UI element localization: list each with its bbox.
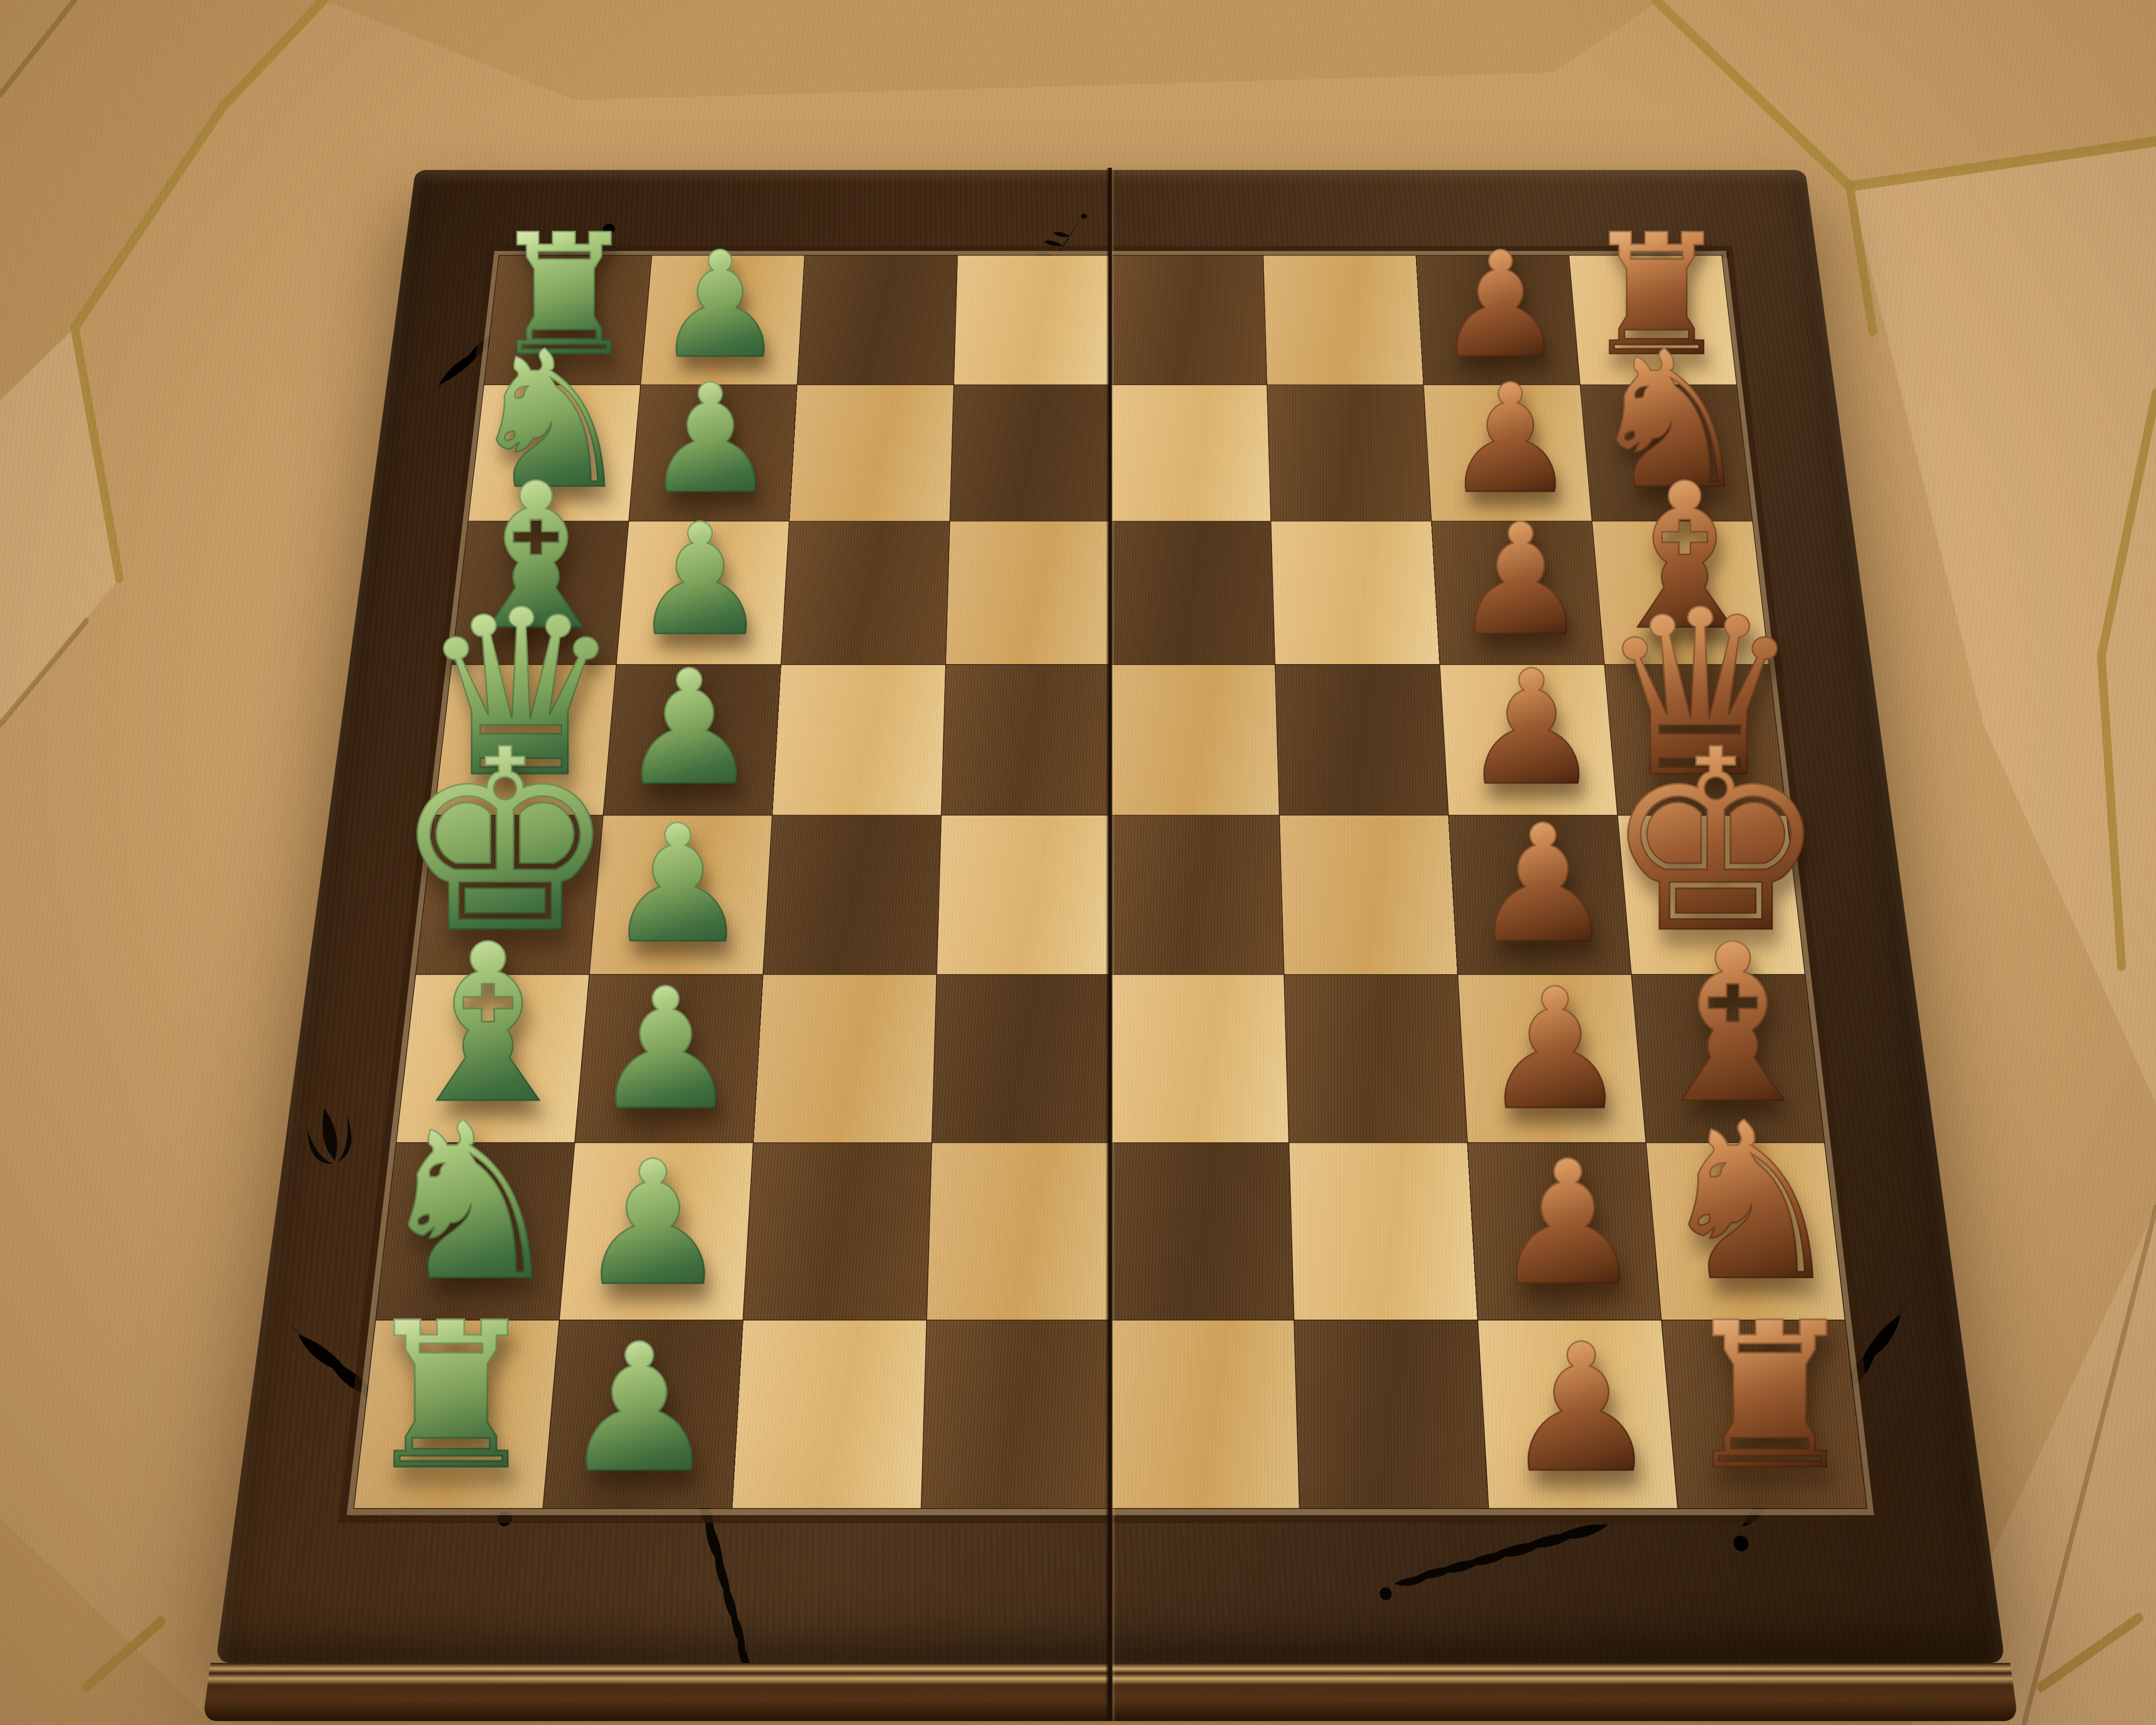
square-b6[interactable] <box>1267 385 1431 521</box>
piece-green-knight[interactable]: ♞ <box>373 1100 567 1305</box>
piece-green-pawn[interactable]: ♟ <box>631 507 768 653</box>
piece-green-pawn[interactable]: ♟ <box>576 1142 730 1305</box>
square-a3[interactable] <box>798 255 957 384</box>
square-f3[interactable] <box>754 975 936 1142</box>
piece-green-pawn[interactable]: ♟ <box>591 970 740 1129</box>
square-e7[interactable]: ♟ <box>1449 815 1631 974</box>
square-b5[interactable] <box>1111 385 1271 521</box>
square-g5[interactable] <box>1111 1143 1294 1320</box>
square-f7[interactable]: ♟ <box>1458 975 1645 1142</box>
piece-copper-pawn[interactable]: ♟ <box>1461 653 1602 803</box>
square-e5[interactable] <box>1111 815 1284 974</box>
square-h6[interactable] <box>1294 1320 1488 1508</box>
square-e3[interactable] <box>763 815 941 974</box>
piece-copper-rook[interactable]: ♜ <box>1680 1301 1860 1493</box>
square-f4[interactable] <box>932 975 1110 1142</box>
piece-copper-pawn[interactable]: ♟ <box>1502 1325 1661 1492</box>
square-h8[interactable]: ♜ <box>1662 1320 1866 1508</box>
square-f6[interactable] <box>1285 975 1467 1142</box>
piece-green-pawn[interactable]: ♟ <box>643 368 777 511</box>
piece-copper-knight[interactable]: ♞ <box>1654 1100 1848 1305</box>
square-c4[interactable] <box>946 521 1110 664</box>
piece-green-pawn[interactable]: ♟ <box>618 653 760 803</box>
square-a5[interactable] <box>1111 255 1267 384</box>
piece-green-pawn[interactable]: ♟ <box>605 807 750 961</box>
square-h4[interactable] <box>921 1320 1110 1508</box>
square-e4[interactable] <box>937 815 1110 974</box>
piece-copper-pawn[interactable]: ♟ <box>1443 368 1577 511</box>
square-g3[interactable] <box>743 1143 931 1320</box>
square-e2[interactable]: ♟ <box>590 815 772 974</box>
piece-copper-pawn[interactable]: ♟ <box>1452 507 1589 653</box>
piece-green-rook[interactable]: ♜ <box>360 1301 541 1493</box>
square-d3[interactable] <box>773 665 945 815</box>
square-f5[interactable] <box>1111 975 1288 1142</box>
square-a6[interactable] <box>1263 255 1423 384</box>
scene: ♜♟♟♜♞♟♟♞♝♟♟♝♛♟♟♛♚♟♟♚♝♟♟♝♞♟♟♞♜♟♟♜ <box>0 0 2156 1725</box>
square-h1[interactable]: ♜ <box>354 1320 559 1508</box>
square-d5[interactable] <box>1111 665 1279 815</box>
square-h5[interactable] <box>1111 1320 1299 1508</box>
square-e6[interactable] <box>1280 815 1457 974</box>
piece-copper-pawn[interactable]: ♟ <box>1470 807 1616 961</box>
square-h3[interactable] <box>733 1320 926 1508</box>
tulip-ornament-left-icon <box>279 1060 386 1239</box>
square-a4[interactable] <box>954 255 1110 384</box>
square-f2[interactable]: ♟ <box>575 975 763 1142</box>
square-b3[interactable] <box>790 385 953 521</box>
chess-board: ♜♟♟♜♞♟♟♞♝♟♟♝♛♟♟♛♚♟♟♚♝♟♟♝♞♟♟♞♜♟♟♜ <box>216 170 2005 1663</box>
piece-copper-pawn[interactable]: ♟ <box>1481 970 1630 1129</box>
board-frame: ♜♟♟♜♞♟♟♞♝♟♟♝♛♟♟♛♚♟♟♚♝♟♟♝♞♟♟♞♜♟♟♜ <box>216 170 2005 1663</box>
square-h2[interactable]: ♟ <box>543 1320 743 1508</box>
square-b4[interactable] <box>950 385 1110 521</box>
square-d6[interactable] <box>1275 665 1448 815</box>
piece-copper-pawn[interactable]: ♟ <box>1491 1142 1645 1305</box>
square-c5[interactable] <box>1111 521 1275 664</box>
square-h7[interactable]: ♟ <box>1478 1320 1677 1508</box>
piece-green-pawn[interactable]: ♟ <box>560 1325 718 1492</box>
square-g7[interactable]: ♟ <box>1468 1143 1661 1320</box>
square-g6[interactable] <box>1289 1143 1477 1320</box>
square-g2[interactable]: ♟ <box>560 1143 753 1320</box>
square-d4[interactable] <box>942 665 1110 815</box>
square-g4[interactable] <box>927 1143 1110 1320</box>
square-c3[interactable] <box>781 521 950 664</box>
square-c6[interactable] <box>1271 521 1439 664</box>
